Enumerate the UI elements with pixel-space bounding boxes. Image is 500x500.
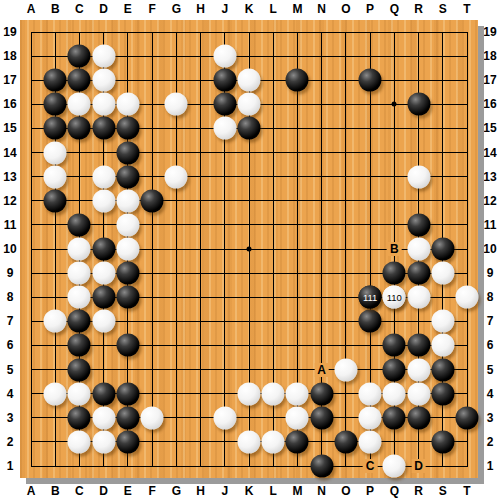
- black-stone[interactable]: [407, 262, 430, 285]
- black-stone[interactable]: [44, 93, 67, 116]
- black-stone[interactable]: [407, 334, 430, 357]
- row-label-right: 9: [487, 267, 494, 279]
- black-stone[interactable]: [310, 382, 333, 405]
- white-stone[interactable]: [238, 382, 261, 405]
- grid-line-vertical: [200, 32, 201, 467]
- white-stone[interactable]: [359, 430, 382, 453]
- row-label-right: 14: [483, 147, 496, 159]
- column-label-bottom: L: [270, 485, 277, 497]
- row-label-right: 11: [484, 219, 497, 231]
- white-stone[interactable]: [68, 93, 91, 116]
- white-stone[interactable]: [383, 455, 406, 478]
- black-stone[interactable]: [44, 117, 67, 140]
- annotation-letter-c[interactable]: C: [363, 459, 378, 473]
- black-stone[interactable]: [383, 334, 406, 357]
- black-stone[interactable]: [116, 406, 139, 429]
- grid-line-vertical: [152, 32, 153, 467]
- column-label-bottom: E: [124, 485, 132, 497]
- row-label-left: 7: [7, 315, 14, 327]
- white-stone[interactable]: [116, 93, 139, 116]
- white-stone[interactable]: [116, 213, 139, 236]
- row-label-left: 12: [3, 195, 16, 207]
- black-stone[interactable]: [431, 430, 454, 453]
- white-stone[interactable]: [383, 382, 406, 405]
- row-label-left: 19: [3, 26, 16, 38]
- go-board[interactable]: ABCD111110: [20, 20, 478, 478]
- white-stone[interactable]: [116, 238, 139, 261]
- white-stone[interactable]: [141, 406, 164, 429]
- row-label-right: 19: [483, 26, 496, 38]
- column-label-top: O: [341, 3, 350, 15]
- white-stone[interactable]: [92, 93, 115, 116]
- row-label-right: 3: [487, 412, 494, 424]
- white-stone[interactable]: [92, 406, 115, 429]
- white-stone[interactable]: [165, 165, 188, 188]
- row-label-left: 17: [3, 74, 16, 86]
- row-label-left: 1: [7, 460, 14, 472]
- black-stone[interactable]: [116, 165, 139, 188]
- white-stone[interactable]: [456, 286, 479, 309]
- row-label-right: 12: [483, 195, 496, 207]
- black-stone[interactable]: [286, 430, 309, 453]
- black-stone[interactable]: [68, 406, 91, 429]
- white-stone[interactable]: [286, 406, 309, 429]
- row-label-left: 15: [3, 122, 16, 134]
- black-stone[interactable]: [310, 406, 333, 429]
- black-stone[interactable]: [383, 406, 406, 429]
- white-stone[interactable]: [92, 430, 115, 453]
- white-stone[interactable]: [359, 382, 382, 405]
- black-stone[interactable]: [407, 406, 430, 429]
- column-label-top: R: [414, 3, 423, 15]
- row-label-right: 7: [487, 315, 494, 327]
- black-stone[interactable]: [68, 117, 91, 140]
- white-stone[interactable]: [116, 189, 139, 212]
- column-label-top: M: [292, 3, 302, 15]
- row-label-right: 17: [483, 74, 496, 86]
- black-stone[interactable]: [431, 238, 454, 261]
- white-stone[interactable]: [407, 382, 430, 405]
- column-label-bottom: N: [317, 485, 326, 497]
- black-stone[interactable]: [456, 406, 479, 429]
- black-stone[interactable]: [68, 358, 91, 381]
- column-label-top: F: [148, 3, 155, 15]
- white-stone[interactable]: [68, 286, 91, 309]
- column-label-bottom: G: [172, 485, 181, 497]
- white-stone[interactable]: [92, 165, 115, 188]
- column-label-top: G: [172, 3, 181, 15]
- row-label-left: 8: [7, 291, 14, 303]
- row-label-left: 10: [3, 243, 16, 255]
- grid-line-vertical: [31, 32, 32, 467]
- column-label-bottom: F: [148, 485, 155, 497]
- black-stone[interactable]: [213, 69, 236, 92]
- black-stone[interactable]: [334, 430, 357, 453]
- column-label-top: S: [439, 3, 447, 15]
- column-label-top: L: [270, 3, 277, 15]
- white-stone[interactable]: [213, 45, 236, 68]
- black-stone[interactable]: [116, 141, 139, 164]
- row-label-right: 5: [487, 364, 494, 376]
- white-stone[interactable]: [286, 382, 309, 405]
- black-stone[interactable]: [116, 382, 139, 405]
- white-stone[interactable]: [213, 406, 236, 429]
- white-stone[interactable]: [68, 262, 91, 285]
- grid-line-horizontal: [31, 224, 468, 225]
- black-stone[interactable]: [431, 382, 454, 405]
- row-label-right: 15: [483, 122, 496, 134]
- black-stone[interactable]: [383, 358, 406, 381]
- row-label-left: 2: [7, 436, 14, 448]
- white-stone[interactable]: [407, 165, 430, 188]
- black-stone[interactable]: [68, 334, 91, 357]
- black-stone[interactable]: [92, 286, 115, 309]
- row-label-left: 13: [3, 171, 16, 183]
- black-stone[interactable]: [238, 117, 261, 140]
- black-stone[interactable]: [431, 358, 454, 381]
- white-stone[interactable]: [44, 310, 67, 333]
- row-label-left: 6: [7, 339, 14, 351]
- grid-line-horizontal: [31, 32, 468, 33]
- column-label-bottom: P: [366, 485, 374, 497]
- column-label-top: J: [221, 3, 228, 15]
- black-stone[interactable]: [116, 430, 139, 453]
- row-label-right: 6: [487, 339, 494, 351]
- column-label-bottom: C: [75, 485, 84, 497]
- black-stone[interactable]: [383, 262, 406, 285]
- black-stone[interactable]: [92, 117, 115, 140]
- column-label-top: Q: [390, 3, 399, 15]
- row-label-right: 2: [487, 436, 494, 448]
- column-label-bottom: D: [99, 485, 108, 497]
- black-stone[interactable]: [359, 69, 382, 92]
- column-label-top: D: [99, 3, 108, 15]
- white-stone[interactable]: [213, 117, 236, 140]
- column-label-bottom: K: [245, 485, 254, 497]
- column-label-top: P: [366, 3, 374, 15]
- row-label-left: 3: [7, 412, 14, 424]
- white-stone[interactable]: [68, 382, 91, 405]
- white-stone[interactable]: [238, 430, 261, 453]
- white-stone[interactable]: [68, 238, 91, 261]
- row-label-left: 14: [3, 147, 16, 159]
- black-stone[interactable]: [407, 213, 430, 236]
- white-stone[interactable]: [407, 358, 430, 381]
- move-number-label: 111: [363, 292, 377, 302]
- black-stone[interactable]: [141, 189, 164, 212]
- column-label-top: C: [75, 3, 84, 15]
- white-stone[interactable]: [262, 382, 285, 405]
- column-label-top: A: [27, 3, 36, 15]
- row-label-right: 8: [487, 291, 494, 303]
- row-label-left: 5: [7, 364, 14, 376]
- row-label-left: 11: [4, 219, 17, 231]
- black-stone[interactable]: [44, 69, 67, 92]
- row-label-left: 4: [7, 388, 14, 400]
- row-label-left: 9: [7, 267, 14, 279]
- row-label-right: 18: [483, 50, 496, 62]
- column-label-top: B: [51, 3, 60, 15]
- black-stone[interactable]: [44, 189, 67, 212]
- annotation-letter-a[interactable]: A: [314, 363, 329, 377]
- white-stone[interactable]: [44, 165, 67, 188]
- column-label-bottom: Q: [390, 485, 399, 497]
- column-label-bottom: S: [439, 485, 447, 497]
- grid-line-vertical: [467, 32, 468, 467]
- row-label-right: 16: [483, 98, 496, 110]
- row-label-right: 4: [487, 388, 494, 400]
- white-stone[interactable]: [431, 310, 454, 333]
- annotation-letter-d[interactable]: D: [411, 459, 426, 473]
- black-stone[interactable]: [116, 334, 139, 357]
- column-label-top: E: [124, 3, 132, 15]
- black-stone[interactable]: [92, 238, 115, 261]
- column-label-bottom: R: [414, 485, 423, 497]
- white-stone[interactable]: [165, 93, 188, 116]
- white-stone[interactable]: [359, 406, 382, 429]
- annotation-letter-b[interactable]: B: [387, 242, 402, 256]
- white-stone[interactable]: [44, 382, 67, 405]
- black-stone[interactable]: [359, 310, 382, 333]
- white-stone[interactable]: [431, 262, 454, 285]
- white-stone[interactable]: [407, 238, 430, 261]
- white-stone[interactable]: [92, 189, 115, 212]
- white-stone[interactable]: [238, 69, 261, 92]
- white-stone[interactable]: [262, 430, 285, 453]
- white-stone[interactable]: [92, 310, 115, 333]
- black-stone[interactable]: [116, 262, 139, 285]
- black-stone[interactable]: [310, 455, 333, 478]
- star-point: [247, 247, 252, 252]
- black-stone[interactable]: [68, 69, 91, 92]
- column-label-bottom: T: [463, 485, 470, 497]
- black-stone[interactable]: [407, 93, 430, 116]
- white-stone[interactable]: [92, 262, 115, 285]
- go-diagram-page: ABCDEFGHJKLMNOPQRST ABCDEFGHJKLMNOPQRST …: [0, 0, 500, 500]
- white-stone[interactable]: [92, 45, 115, 68]
- column-label-bottom: B: [51, 485, 60, 497]
- black-stone[interactable]: [116, 286, 139, 309]
- column-label-top: K: [245, 3, 254, 15]
- black-stone[interactable]: [116, 117, 139, 140]
- white-stone[interactable]: [238, 93, 261, 116]
- black-stone[interactable]: [68, 310, 91, 333]
- row-label-right: 13: [483, 171, 496, 183]
- black-stone[interactable]: [68, 213, 91, 236]
- grid-line-horizontal: [31, 152, 468, 153]
- white-stone[interactable]: [68, 430, 91, 453]
- column-label-bottom: A: [27, 485, 36, 497]
- column-label-top: T: [463, 3, 470, 15]
- column-label-bottom: J: [221, 485, 228, 497]
- column-label-bottom: H: [196, 485, 205, 497]
- move-number-label: 110: [387, 292, 402, 302]
- row-label-left: 16: [3, 98, 16, 110]
- grid-line-vertical: [345, 32, 346, 467]
- row-label-left: 18: [3, 50, 16, 62]
- black-stone-move-111[interactable]: 111: [359, 286, 382, 309]
- black-stone[interactable]: [68, 45, 91, 68]
- white-stone[interactable]: [407, 286, 430, 309]
- row-label-right: 10: [483, 243, 496, 255]
- black-stone[interactable]: [213, 93, 236, 116]
- white-stone[interactable]: [334, 358, 357, 381]
- black-stone[interactable]: [286, 69, 309, 92]
- column-label-bottom: O: [341, 485, 350, 497]
- white-stone[interactable]: [92, 69, 115, 92]
- column-label-bottom: M: [292, 485, 302, 497]
- white-stone-move-110[interactable]: 110: [383, 286, 406, 309]
- black-stone[interactable]: [92, 382, 115, 405]
- column-label-top: N: [317, 3, 326, 15]
- star-point: [392, 102, 397, 107]
- column-label-top: H: [196, 3, 205, 15]
- white-stone[interactable]: [44, 141, 67, 164]
- white-stone[interactable]: [431, 334, 454, 357]
- row-label-right: 1: [487, 460, 494, 472]
